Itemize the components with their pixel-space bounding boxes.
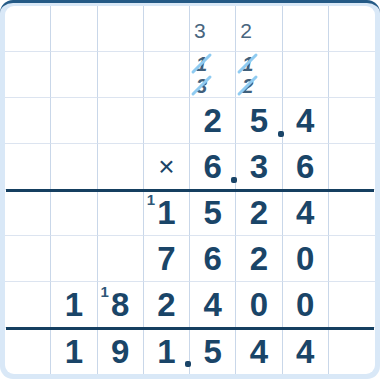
digit: 2 — [157, 288, 175, 321]
digit: 2 — [203, 104, 221, 137]
cell-r7-c4: 5 — [190, 328, 236, 374]
digit: 0 — [250, 288, 268, 321]
cell-r6-c3: 2 — [144, 282, 190, 328]
cell-r5-c7 — [329, 236, 375, 282]
cell-r0-c7 — [329, 6, 375, 52]
cell-r7-c2: 9 — [98, 328, 144, 374]
digit: 4 — [296, 335, 314, 368]
carry-superscript: 1 — [147, 192, 155, 207]
digit: 2 — [250, 242, 268, 275]
carry-digit: 2 — [240, 20, 252, 41]
digit: 6 — [203, 150, 221, 183]
cell-r7-c1: 1 — [51, 328, 97, 374]
cell-r3-c0 — [5, 144, 51, 190]
cell-r3-c4: 6 — [190, 144, 236, 190]
cell-r5-c0 — [5, 236, 51, 282]
multiplication-sign: × — [158, 153, 174, 181]
digit: 9 — [111, 335, 129, 368]
cell-r3-c5: 3 — [236, 144, 282, 190]
carry-superscript: 1 — [101, 284, 109, 299]
digit: 4 — [296, 196, 314, 229]
cell-r0-c4: 3 — [190, 6, 236, 52]
cell-r0-c0 — [5, 6, 51, 52]
cell-r0-c6 — [283, 6, 329, 52]
cell-r7-c7 — [329, 328, 375, 374]
cell-r7-c5: 4 — [236, 328, 282, 374]
cell-r4-c6: 4 — [283, 190, 329, 236]
cell-r1-c7 — [329, 52, 375, 98]
cell-r2-c4: 2 — [190, 98, 236, 144]
cell-r1-c6 — [283, 52, 329, 98]
cell-r4-c3: 11 — [144, 190, 190, 236]
digit: 2 — [250, 196, 268, 229]
digit: 0 — [296, 242, 314, 275]
crossed-carry-digit: 1 — [239, 53, 256, 75]
decimal-point — [278, 131, 284, 137]
cell-r6-c4: 4 — [190, 282, 236, 328]
cell-r6-c7 — [329, 282, 375, 328]
cell-r2-c2 — [98, 98, 144, 144]
crossed-carry-digit: 2 — [239, 75, 256, 97]
digit: 8 — [111, 288, 129, 321]
digit: 5 — [250, 104, 268, 137]
cell-r2-c6: 4 — [283, 98, 329, 144]
digit: 5 — [203, 335, 221, 368]
cell-r2-c7 — [329, 98, 375, 144]
digit: 7 — [157, 242, 175, 275]
cell-r1-c1 — [51, 52, 97, 98]
worksheet-frame: 321312254×6361152476201812400191544 — [0, 0, 380, 379]
cell-r7-c6: 4 — [283, 328, 329, 374]
cell-r2-c3 — [144, 98, 190, 144]
cell-r3-c1 — [51, 144, 97, 190]
cell-r5-c3: 7 — [144, 236, 190, 282]
cell-r1-c0 — [5, 52, 51, 98]
cell-r1-c2 — [98, 52, 144, 98]
cell-r6-c6: 0 — [283, 282, 329, 328]
cell-r6-c1: 1 — [51, 282, 97, 328]
digit: 0 — [296, 288, 314, 321]
cell-r0-c1 — [51, 6, 97, 52]
cell-r0-c3 — [144, 6, 190, 52]
cell-r4-c7 — [329, 190, 375, 236]
cell-r2-c0 — [5, 98, 51, 144]
crossed-carry-digit: 3 — [193, 75, 210, 97]
cell-r3-c2 — [98, 144, 144, 190]
cell-r5-c6: 0 — [283, 236, 329, 282]
cell-r7-c0 — [5, 328, 51, 374]
cell-r3-c3: × — [144, 144, 190, 190]
cell-r7-c3: 1 — [144, 328, 190, 374]
carry-digit: 3 — [194, 20, 206, 41]
digit: 1 — [157, 335, 175, 368]
decimal-point — [231, 177, 237, 183]
digit: 1 — [65, 288, 83, 321]
digit: 4 — [203, 288, 221, 321]
digit: 6 — [296, 150, 314, 183]
cell-r5-c4: 6 — [190, 236, 236, 282]
cell-r6-c2: 81 — [98, 282, 144, 328]
cell-r6-c0 — [5, 282, 51, 328]
cell-r5-c5: 2 — [236, 236, 282, 282]
cell-r4-c1 — [51, 190, 97, 236]
cell-r4-c4: 5 — [190, 190, 236, 236]
crossed-carry-digit: 1 — [193, 53, 210, 75]
digit: 5 — [203, 196, 221, 229]
cell-r3-c6: 6 — [283, 144, 329, 190]
digit: 4 — [250, 335, 268, 368]
cell-r5-c2 — [98, 236, 144, 282]
cell-r5-c1 — [51, 236, 97, 282]
cell-r0-c2 — [98, 6, 144, 52]
digit: 1 — [65, 335, 83, 368]
cell-r4-c2 — [98, 190, 144, 236]
digit: 4 — [296, 104, 314, 137]
cell-r2-c1 — [51, 98, 97, 144]
cell-r1-c3 — [144, 52, 190, 98]
cell-r1-c4: 13 — [190, 52, 236, 98]
digit: 6 — [203, 242, 221, 275]
decimal-point — [185, 361, 191, 367]
cell-r1-c5: 12 — [236, 52, 282, 98]
digit: 1 — [157, 196, 175, 229]
cell-r6-c5: 0 — [236, 282, 282, 328]
cell-r3-c7 — [329, 144, 375, 190]
cell-r2-c5: 5 — [236, 98, 282, 144]
cell-r4-c0 — [5, 190, 51, 236]
answer-line — [6, 327, 374, 330]
digit: 3 — [250, 150, 268, 183]
answer-line — [6, 189, 374, 192]
multiplication-board: 321312254×6361152476201812400191544 — [5, 6, 375, 374]
cell-r4-c5: 2 — [236, 190, 282, 236]
cell-r0-c5: 2 — [236, 6, 282, 52]
